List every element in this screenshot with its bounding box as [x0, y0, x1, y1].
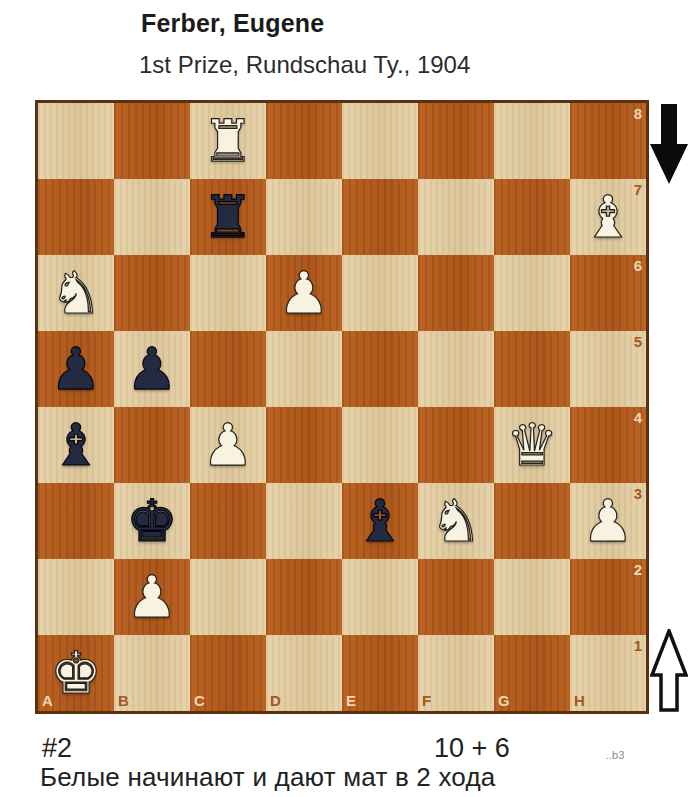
square-a2[interactable]: [38, 559, 114, 635]
board: ♜8♜♝7♞♟6♟♟5♝♟♛4♚♝♞♟3♟2♚ABCDEFGH1: [38, 103, 646, 711]
square-f5[interactable]: [418, 331, 494, 407]
square-b8[interactable]: [114, 103, 190, 179]
square-d1[interactable]: D: [266, 635, 342, 711]
black-rook-piece: ♜: [202, 179, 254, 255]
rank-label-6: 6: [634, 258, 642, 273]
instruction-text: Белые начинают и дают мат в 2 хода: [40, 762, 495, 793]
square-c7[interactable]: ♜: [190, 179, 266, 255]
file-label-d: D: [270, 693, 281, 708]
square-g6[interactable]: [494, 255, 570, 331]
square-g8[interactable]: [494, 103, 570, 179]
square-f1[interactable]: F: [418, 635, 494, 711]
square-b2[interactable]: ♟: [114, 559, 190, 635]
rank-label-3: 3: [634, 486, 642, 501]
square-h8[interactable]: 8: [570, 103, 646, 179]
file-label-f: F: [422, 693, 431, 708]
material-count-label: 10 + 6: [434, 733, 510, 764]
white-pawn-piece: ♟: [582, 483, 634, 559]
square-f2[interactable]: [418, 559, 494, 635]
square-c3[interactable]: [190, 483, 266, 559]
square-f8[interactable]: [418, 103, 494, 179]
file-label-b: B: [118, 693, 129, 708]
white-up-arrow-icon: [650, 629, 688, 712]
square-e2[interactable]: [342, 559, 418, 635]
square-c4[interactable]: ♟: [190, 407, 266, 483]
square-d7[interactable]: [266, 179, 342, 255]
white-knight-piece: ♞: [430, 483, 482, 559]
square-h3[interactable]: ♟3: [570, 483, 646, 559]
file-label-h: H: [574, 693, 585, 708]
black-king-piece: ♚: [126, 483, 178, 559]
white-rook-piece: ♜: [202, 103, 254, 179]
square-a1[interactable]: ♚A: [38, 635, 114, 711]
square-h6[interactable]: 6: [570, 255, 646, 331]
square-b7[interactable]: [114, 179, 190, 255]
black-pawn-piece: ♟: [126, 331, 178, 407]
rank-label-8: 8: [634, 106, 642, 121]
square-d8[interactable]: [266, 103, 342, 179]
black-down-arrow-icon: [650, 104, 688, 184]
square-h7[interactable]: ♝7: [570, 179, 646, 255]
square-e1[interactable]: E: [342, 635, 418, 711]
square-a6[interactable]: ♞: [38, 255, 114, 331]
square-b1[interactable]: B: [114, 635, 190, 711]
rank-label-4: 4: [634, 410, 642, 425]
square-g5[interactable]: [494, 331, 570, 407]
square-a7[interactable]: [38, 179, 114, 255]
square-a3[interactable]: [38, 483, 114, 559]
white-pawn-piece: ♟: [126, 559, 178, 635]
square-g4[interactable]: ♛: [494, 407, 570, 483]
problem-source: 1st Prize, Rundschau Ty., 1904: [139, 51, 470, 79]
square-d5[interactable]: [266, 331, 342, 407]
black-bishop-piece: ♝: [354, 483, 406, 559]
rank-label-7: 7: [634, 182, 642, 197]
white-pawn-piece: ♟: [278, 255, 330, 331]
square-e4[interactable]: [342, 407, 418, 483]
square-e8[interactable]: [342, 103, 418, 179]
square-b5[interactable]: ♟: [114, 331, 190, 407]
file-label-c: C: [194, 693, 205, 708]
file-label-a: A: [42, 693, 53, 708]
square-d4[interactable]: [266, 407, 342, 483]
square-h5[interactable]: 5: [570, 331, 646, 407]
white-bishop-piece: ♝: [582, 179, 634, 255]
square-e6[interactable]: [342, 255, 418, 331]
square-g1[interactable]: G: [494, 635, 570, 711]
square-d2[interactable]: [266, 559, 342, 635]
black-bishop-piece: ♝: [50, 407, 102, 483]
square-a8[interactable]: [38, 103, 114, 179]
square-e5[interactable]: [342, 331, 418, 407]
file-label-g: G: [498, 693, 510, 708]
square-f7[interactable]: [418, 179, 494, 255]
square-f4[interactable]: [418, 407, 494, 483]
rank-label-2: 2: [634, 562, 642, 577]
square-h4[interactable]: 4: [570, 407, 646, 483]
square-b3[interactable]: ♚: [114, 483, 190, 559]
square-f6[interactable]: [418, 255, 494, 331]
rank-label-5: 5: [634, 334, 642, 349]
composer-name: Ferber, Eugene: [141, 9, 324, 38]
square-e7[interactable]: [342, 179, 418, 255]
rank-label-1: 1: [634, 638, 642, 653]
square-d3[interactable]: [266, 483, 342, 559]
square-g3[interactable]: [494, 483, 570, 559]
chess-board-frame: ♜8♜♝7♞♟6♟♟5♝♟♛4♚♝♞♟3♟2♚ABCDEFGH1: [35, 100, 649, 714]
square-c1[interactable]: C: [190, 635, 266, 711]
square-b6[interactable]: [114, 255, 190, 331]
square-c5[interactable]: [190, 331, 266, 407]
file-label-e: E: [346, 693, 356, 708]
solution-hint-label: ..b3: [606, 749, 624, 761]
stipulation-label: #2: [42, 733, 72, 764]
square-c8[interactable]: ♜: [190, 103, 266, 179]
black-pawn-piece: ♟: [50, 331, 102, 407]
square-d6[interactable]: ♟: [266, 255, 342, 331]
square-f3[interactable]: ♞: [418, 483, 494, 559]
square-c6[interactable]: [190, 255, 266, 331]
square-a5[interactable]: ♟: [38, 331, 114, 407]
square-h2[interactable]: 2: [570, 559, 646, 635]
square-c2[interactable]: [190, 559, 266, 635]
white-pawn-piece: ♟: [202, 407, 254, 483]
square-g2[interactable]: [494, 559, 570, 635]
square-g7[interactable]: [494, 179, 570, 255]
square-h1[interactable]: H1: [570, 635, 646, 711]
square-e3[interactable]: ♝: [342, 483, 418, 559]
white-queen-piece: ♛: [506, 407, 558, 483]
square-a4[interactable]: ♝: [38, 407, 114, 483]
white-knight-piece: ♞: [50, 255, 102, 331]
white-king-piece: ♚: [50, 635, 102, 711]
square-b4[interactable]: [114, 407, 190, 483]
